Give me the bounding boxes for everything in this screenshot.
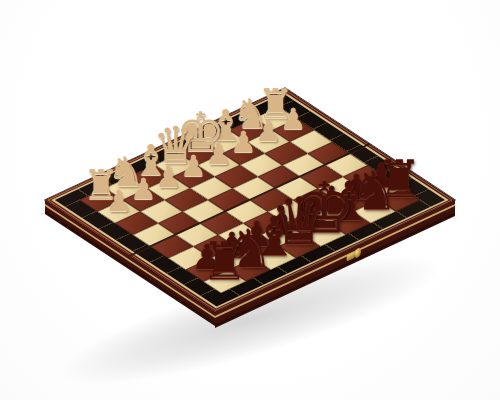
piece-white-pawn[interactable]: ♟ (105, 187, 131, 216)
piece-white-pawn[interactable]: ♟ (155, 163, 181, 192)
clasp-knob (355, 247, 362, 259)
piece-white-pawn[interactable]: ♟ (255, 117, 281, 146)
piece-white-pawn[interactable]: ♟ (205, 140, 231, 169)
piece-white-pawn[interactable]: ♟ (130, 175, 156, 204)
piece-white-pawn[interactable]: ♟ (180, 152, 206, 181)
piece-white-pawn[interactable]: ♟ (280, 105, 306, 134)
chess-set-photo: ♜♞♝♛♚♝♞♜♟♟♟♟♟♟♟♟♟♟♟♟♟♟♟♟♜♞♝♛♚♝♞♜ (0, 0, 500, 400)
piece-black-rook[interactable]: ♜ (201, 236, 247, 288)
piece-white-pawn[interactable]: ♟ (230, 128, 256, 157)
